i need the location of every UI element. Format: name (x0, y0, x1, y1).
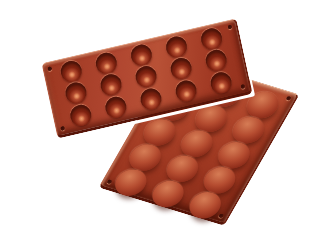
corner-hole (60, 126, 65, 131)
cavity (104, 95, 129, 120)
cavity (69, 103, 94, 128)
cavity (203, 48, 228, 73)
cavity (59, 59, 84, 84)
corner-hole (286, 96, 292, 101)
cavity (129, 42, 154, 67)
cavity (199, 26, 224, 51)
cavity (169, 56, 194, 81)
cavity (164, 34, 189, 59)
dome (110, 166, 152, 199)
corner-hole (107, 179, 113, 184)
corner-hole (218, 213, 224, 218)
cavity (134, 65, 159, 90)
product-photo (0, 0, 320, 240)
cavity (173, 79, 198, 104)
cavity (139, 87, 164, 112)
cavity (94, 50, 119, 75)
corner-hole (47, 66, 52, 71)
cavity (64, 81, 89, 106)
dome (147, 177, 189, 210)
cavity (99, 73, 124, 98)
corner-hole (228, 25, 233, 30)
corner-hole (240, 84, 245, 89)
cavity (208, 70, 233, 95)
